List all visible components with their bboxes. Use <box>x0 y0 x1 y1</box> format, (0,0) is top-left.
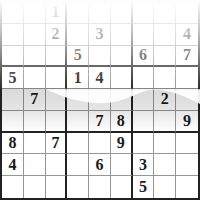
cell-r9c6[interactable] <box>111 176 133 198</box>
given-digit: 4 <box>8 157 16 173</box>
cell-r4c6[interactable] <box>111 67 133 89</box>
cell-r9c5[interactable] <box>89 176 111 198</box>
cell-r4c9[interactable] <box>176 67 198 89</box>
cell-r5c9[interactable] <box>176 89 198 111</box>
cell-r6c6[interactable]: 8 <box>111 111 133 133</box>
given-digit: 3 <box>95 26 103 42</box>
cell-r5c8[interactable]: 2 <box>154 89 176 111</box>
cell-r8c9[interactable] <box>176 154 198 176</box>
cell-r5c6[interactable] <box>111 89 133 111</box>
cell-r6c8[interactable] <box>154 111 176 133</box>
cell-r8c5[interactable]: 6 <box>89 154 111 176</box>
cell-r2c9[interactable]: 4 <box>176 24 198 46</box>
cell-r7c9[interactable] <box>176 133 198 155</box>
cell-r3c7[interactable]: 6 <box>133 46 155 68</box>
cell-r3c4[interactable]: 5 <box>67 46 89 68</box>
given-digit: 1 <box>74 70 82 86</box>
sudoku-app-icon: 1234567514727898794635 <box>0 0 200 200</box>
given-digit: 7 <box>51 135 59 151</box>
cell-r3c2[interactable] <box>24 46 46 68</box>
cell-r4c5[interactable]: 4 <box>89 67 111 89</box>
cell-r4c8[interactable] <box>154 67 176 89</box>
sudoku-board: 1234567514727898794635 <box>0 0 200 200</box>
cell-r9c9[interactable] <box>176 176 198 198</box>
cell-r9c4[interactable] <box>67 176 89 198</box>
cell-r3c3[interactable] <box>46 46 68 68</box>
cell-r7c5[interactable] <box>89 133 111 155</box>
given-digit: 2 <box>161 91 169 107</box>
cell-r8c8[interactable] <box>154 154 176 176</box>
cell-r2c6[interactable] <box>111 24 133 46</box>
given-digit: 9 <box>183 113 191 129</box>
cell-r9c1[interactable] <box>2 176 24 198</box>
cell-r4c3[interactable] <box>46 67 68 89</box>
cell-r8c7[interactable]: 3 <box>133 154 155 176</box>
cell-r1c1[interactable] <box>2 2 24 24</box>
cell-r3c1[interactable] <box>2 46 24 68</box>
given-digit: 4 <box>183 26 191 42</box>
cell-r8c1[interactable]: 4 <box>2 154 24 176</box>
given-digit: 7 <box>183 47 191 63</box>
given-digit: 4 <box>95 70 103 86</box>
given-digit: 7 <box>95 113 103 129</box>
cell-r7c2[interactable] <box>24 133 46 155</box>
cell-r1c9[interactable] <box>176 2 198 24</box>
cell-r7c7[interactable] <box>133 133 155 155</box>
given-digit: 5 <box>139 179 147 195</box>
cell-r2c8[interactable] <box>154 24 176 46</box>
given-digit: 9 <box>117 135 125 151</box>
given-digit: 8 <box>117 113 125 129</box>
cell-r6c2[interactable] <box>24 111 46 133</box>
cell-r8c2[interactable] <box>24 154 46 176</box>
cell-r5c4[interactable] <box>67 89 89 111</box>
cell-r1c3[interactable]: 1 <box>46 2 68 24</box>
cell-r7c3[interactable]: 7 <box>46 133 68 155</box>
cell-r2c4[interactable] <box>67 24 89 46</box>
cell-r2c5[interactable]: 3 <box>89 24 111 46</box>
cell-r4c1[interactable]: 5 <box>2 67 24 89</box>
cell-r8c6[interactable] <box>111 154 133 176</box>
cell-r9c3[interactable] <box>46 176 68 198</box>
cell-r5c2[interactable]: 7 <box>24 89 46 111</box>
given-digit: 1 <box>51 4 59 20</box>
cell-r2c3[interactable]: 2 <box>46 24 68 46</box>
cell-r1c4[interactable] <box>67 2 89 24</box>
cell-r2c2[interactable] <box>24 24 46 46</box>
cell-r6c9[interactable]: 9 <box>176 111 198 133</box>
cell-r5c5[interactable] <box>89 89 111 111</box>
cell-r7c4[interactable] <box>67 133 89 155</box>
given-digit: 3 <box>139 157 147 173</box>
cell-r7c8[interactable] <box>154 133 176 155</box>
given-digit: 7 <box>30 91 38 107</box>
cell-r9c2[interactable] <box>24 176 46 198</box>
cell-r1c2[interactable] <box>24 2 46 24</box>
cell-r9c7[interactable]: 5 <box>133 176 155 198</box>
cell-r2c1[interactable] <box>2 24 24 46</box>
given-digit: 5 <box>74 47 82 63</box>
cell-r7c6[interactable]: 9 <box>111 133 133 155</box>
cell-r3c5[interactable] <box>89 46 111 68</box>
cell-r2c7[interactable] <box>133 24 155 46</box>
cell-r7c1[interactable]: 8 <box>2 133 24 155</box>
cell-r5c7[interactable] <box>133 89 155 111</box>
cell-r5c3[interactable] <box>46 89 68 111</box>
cell-r8c4[interactable] <box>67 154 89 176</box>
given-digit: 2 <box>51 26 59 42</box>
cell-r4c2[interactable] <box>24 67 46 89</box>
cell-r1c8[interactable] <box>154 2 176 24</box>
cell-r6c3[interactable] <box>46 111 68 133</box>
cell-r3c6[interactable] <box>111 46 133 68</box>
cell-r1c6[interactable] <box>111 2 133 24</box>
cell-r6c7[interactable] <box>133 111 155 133</box>
cell-r8c3[interactable] <box>46 154 68 176</box>
given-digit: 5 <box>8 70 16 86</box>
cell-r1c5[interactable] <box>89 2 111 24</box>
cell-r1c7[interactable] <box>133 2 155 24</box>
cell-r6c1[interactable] <box>2 111 24 133</box>
cell-r6c5[interactable]: 7 <box>89 111 111 133</box>
cell-r9c8[interactable] <box>154 176 176 198</box>
cell-r4c4[interactable]: 1 <box>67 67 89 89</box>
cell-r6c4[interactable] <box>67 111 89 133</box>
cell-r5c1[interactable] <box>2 89 24 111</box>
cell-r3c8[interactable] <box>154 46 176 68</box>
given-digit: 6 <box>139 47 147 63</box>
cell-r3c9[interactable]: 7 <box>176 46 198 68</box>
given-digit: 6 <box>95 157 103 173</box>
given-digit: 8 <box>8 135 16 151</box>
cell-r4c7[interactable] <box>133 67 155 89</box>
